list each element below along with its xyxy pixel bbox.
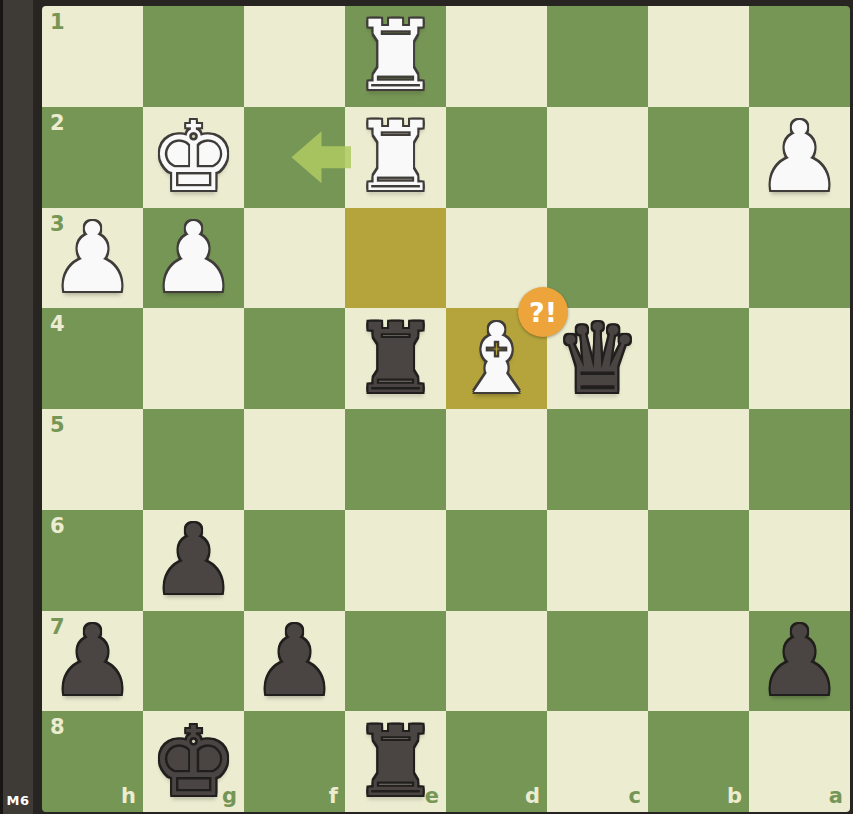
square-b8[interactable]: b xyxy=(648,711,749,812)
square-h2[interactable]: 2 xyxy=(42,107,143,208)
square-a3[interactable] xyxy=(749,208,850,309)
file-label-a: a xyxy=(829,786,843,807)
square-f1[interactable] xyxy=(244,6,345,107)
file-label-h: h xyxy=(121,786,136,807)
square-f8[interactable]: f xyxy=(244,711,345,812)
square-g1[interactable] xyxy=(143,6,244,107)
square-h4[interactable]: 4 xyxy=(42,308,143,409)
rank-label-5: 5 xyxy=(50,415,65,436)
square-b3[interactable] xyxy=(648,208,749,309)
square-d7[interactable] xyxy=(446,611,547,712)
square-e4[interactable]: ♜ xyxy=(345,308,446,409)
white-pawn-a2[interactable]: ♟ xyxy=(749,107,850,208)
square-a7[interactable]: ♟ xyxy=(749,611,850,712)
square-b5[interactable] xyxy=(648,409,749,510)
file-label-f: f xyxy=(329,786,338,807)
square-b2[interactable] xyxy=(648,107,749,208)
square-c5[interactable] xyxy=(547,409,648,510)
square-d2[interactable] xyxy=(446,107,547,208)
rank-label-1: 1 xyxy=(50,12,65,33)
square-g3[interactable]: ♟ xyxy=(143,208,244,309)
rank-label-4: 4 xyxy=(50,314,65,335)
black-king-g8[interactable]: ♚ xyxy=(143,711,244,812)
square-c8[interactable]: c xyxy=(547,711,648,812)
square-b4[interactable] xyxy=(648,308,749,409)
white-bishop-d4[interactable]: ♝ xyxy=(446,308,547,409)
file-label-d: d xyxy=(525,786,540,807)
black-pawn-g6[interactable]: ♟ xyxy=(143,510,244,611)
square-c3[interactable] xyxy=(547,208,648,309)
black-pawn-a7[interactable]: ♟ xyxy=(749,611,850,712)
square-d3[interactable] xyxy=(446,208,547,309)
square-d4[interactable]: ♝ xyxy=(446,308,547,409)
square-d8[interactable]: d xyxy=(446,711,547,812)
square-c6[interactable] xyxy=(547,510,648,611)
square-h8[interactable]: 8h xyxy=(42,711,143,812)
square-h5[interactable]: 5 xyxy=(42,409,143,510)
black-rook-e8[interactable]: ♜ xyxy=(345,711,446,812)
evaluation-label: M6 xyxy=(3,793,33,808)
rank-label-2: 2 xyxy=(50,113,65,134)
square-e7[interactable] xyxy=(345,611,446,712)
square-a8[interactable]: a xyxy=(749,711,850,812)
square-b6[interactable] xyxy=(648,510,749,611)
rank-label-8: 8 xyxy=(50,717,65,738)
square-c4[interactable]: ♛ xyxy=(547,308,648,409)
square-h7[interactable]: 7♟ xyxy=(42,611,143,712)
square-c1[interactable] xyxy=(547,6,648,107)
white-king-g2[interactable]: ♚ xyxy=(143,107,244,208)
square-a1[interactable] xyxy=(749,6,850,107)
file-label-c: c xyxy=(629,786,641,807)
chess-board: 1♜2♚♜♟3♟♟4♜♝♛56♟7♟♟♟8hg♚fe♜dcba xyxy=(42,6,850,812)
square-a2[interactable]: ♟ xyxy=(749,107,850,208)
black-pawn-f7[interactable]: ♟ xyxy=(244,611,345,712)
square-a4[interactable] xyxy=(749,308,850,409)
square-f6[interactable] xyxy=(244,510,345,611)
black-pawn-h7[interactable]: ♟ xyxy=(42,611,143,712)
square-b1[interactable] xyxy=(648,6,749,107)
square-e6[interactable] xyxy=(345,510,446,611)
square-b7[interactable] xyxy=(648,611,749,712)
square-g2[interactable]: ♚ xyxy=(143,107,244,208)
square-d1[interactable] xyxy=(446,6,547,107)
square-g8[interactable]: g♚ xyxy=(143,711,244,812)
square-h6[interactable]: 6 xyxy=(42,510,143,611)
file-label-b: b xyxy=(727,786,742,807)
square-h3[interactable]: 3♟ xyxy=(42,208,143,309)
white-rook-e1[interactable]: ♜ xyxy=(345,6,446,107)
white-pawn-h3[interactable]: ♟ xyxy=(42,208,143,309)
white-pawn-g3[interactable]: ♟ xyxy=(143,208,244,309)
square-g4[interactable] xyxy=(143,308,244,409)
square-a5[interactable] xyxy=(749,409,850,510)
square-f4[interactable] xyxy=(244,308,345,409)
square-f2[interactable] xyxy=(244,107,345,208)
square-g7[interactable] xyxy=(143,611,244,712)
square-e1[interactable]: ♜ xyxy=(345,6,446,107)
square-c2[interactable] xyxy=(547,107,648,208)
square-c7[interactable] xyxy=(547,611,648,712)
square-h1[interactable]: 1 xyxy=(42,6,143,107)
square-a6[interactable] xyxy=(749,510,850,611)
evaluation-bar: M6 xyxy=(3,0,33,814)
black-queen-c4[interactable]: ♛ xyxy=(547,308,648,409)
square-e5[interactable] xyxy=(345,409,446,510)
square-e3[interactable] xyxy=(345,208,446,309)
square-d6[interactable] xyxy=(446,510,547,611)
square-d5[interactable] xyxy=(446,409,547,510)
square-g5[interactable] xyxy=(143,409,244,510)
square-f5[interactable] xyxy=(244,409,345,510)
square-e8[interactable]: e♜ xyxy=(345,711,446,812)
square-f7[interactable]: ♟ xyxy=(244,611,345,712)
white-rook-e2[interactable]: ♜ xyxy=(345,107,446,208)
square-f3[interactable] xyxy=(244,208,345,309)
rank-label-6: 6 xyxy=(50,516,65,537)
black-rook-e4[interactable]: ♜ xyxy=(345,308,446,409)
square-g6[interactable]: ♟ xyxy=(143,510,244,611)
square-e2[interactable]: ♜ xyxy=(345,107,446,208)
